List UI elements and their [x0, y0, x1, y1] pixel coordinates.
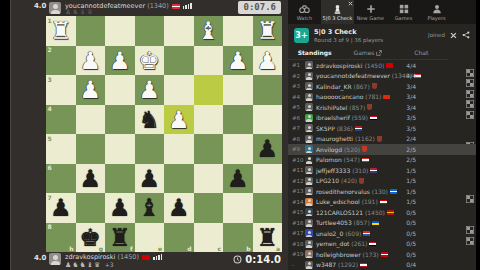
standings-rank: #17: [292, 230, 305, 236]
standings-rank: #2: [292, 73, 305, 79]
standings-score: 0/5: [388, 251, 416, 258]
black-pawn-piece: ♟: [135, 164, 165, 194]
avatar: [305, 261, 313, 269]
nav-tab-label: New Game: [357, 15, 384, 21]
game-area: 4.0 youcannotdefeatmeever (1340) ♟♞♝♛ 0:…: [10, 0, 288, 270]
external-link-icon: [376, 50, 382, 56]
white-bishop-piece: ♝: [194, 16, 224, 46]
avatar: [305, 124, 313, 132]
square-e8[interactable]: e: [135, 223, 165, 253]
square-g1[interactable]: [76, 16, 106, 46]
square-h7[interactable]: 7♟: [46, 193, 76, 223]
standings-row-unalo2_0[interactable]: #17unalo2_0 (609)0/5: [288, 228, 476, 239]
white-pawn-piece: ♟: [135, 75, 165, 105]
standings-score: 0/5: [388, 230, 416, 237]
app-root: 4.0 youcannotdefeatmeever (1340) ♟♞♝♛ 0:…: [0, 0, 480, 270]
rank-label: 5: [48, 135, 52, 142]
close-game-tab-icon[interactable]: [348, 1, 353, 6]
standings-row-rosedithenorvalus[interactable]: #13rosedithenorvalus (130)1/5: [288, 186, 476, 197]
nav-tab-5-0-3-check[interactable]: 5|0 3 Check: [321, 0, 354, 24]
square-b3[interactable]: [223, 75, 253, 105]
avatar: [305, 240, 313, 248]
square-c4[interactable]: [194, 105, 224, 135]
standings-player-name: Palomon (547): [316, 156, 360, 163]
standings-row-121CARLOS121[interactable]: #15121CARLOS121 (1450)0/5: [288, 207, 476, 218]
white-pawn-piece: ♟: [76, 46, 106, 76]
standings-rank: #4: [292, 94, 305, 100]
square-c5[interactable]: [194, 134, 224, 164]
avatar: [305, 198, 313, 206]
standings-rank: #15: [292, 209, 305, 215]
bottom-player-bar: 4.0 zdravkospiroski (1450) ♟♞♞♝♛ +3 0:14…: [11, 250, 288, 270]
avatar: [305, 187, 313, 195]
avatar: [305, 61, 313, 69]
square-e2[interactable]: ♚: [135, 46, 165, 76]
square-a4[interactable]: [253, 105, 283, 135]
nav-tab-label: Players: [427, 15, 445, 21]
rank-label: 4: [48, 105, 52, 112]
avatar: [305, 177, 313, 185]
standings-player-name: ibraelsherif (559): [316, 114, 368, 121]
share-icon[interactable]: [462, 31, 470, 39]
standings-player-name: jeffjeff3333 (310): [316, 167, 368, 174]
white-rook-piece: ♜: [253, 16, 283, 46]
square-d3[interactable]: [164, 75, 194, 105]
standings-row-haoooocancano[interactable]: #4haoooocancano (781)3/4: [288, 92, 476, 103]
standings-score: 1/5: [388, 198, 416, 205]
material-advantage: +3: [105, 261, 114, 268]
standings-score: 1/5: [388, 167, 416, 174]
square-a8[interactable]: a♜: [253, 223, 283, 253]
standings-player-name: LPG210 (420): [316, 177, 357, 184]
standings-rank: #14: [292, 199, 305, 205]
standings-score: 3/4: [388, 83, 416, 90]
standings-rank: #11: [292, 167, 305, 173]
top-player-rating: (1340): [147, 2, 169, 10]
tournament-header: 3+ 5|0 3 Check Round 3 of 9 | 36 players…: [288, 24, 476, 46]
grid-icon: [399, 4, 409, 14]
standings-row-zdravkospiroski[interactable]: #1zdravkospiroski (1450)4/4: [288, 60, 476, 71]
square-c7[interactable]: [194, 193, 224, 223]
pawn-icon: [333, 4, 342, 14]
bottom-player-avatar[interactable]: [49, 253, 61, 265]
country-flag-icon: [355, 126, 362, 131]
standings-score: 3/5: [388, 125, 416, 132]
white-rook-piece: ♜: [46, 16, 76, 46]
nav-tab-new-game[interactable]: New Game: [354, 0, 387, 24]
standings-score: 4/4: [388, 72, 416, 79]
standings-rank: #5: [292, 104, 305, 110]
bottom-player-name[interactable]: zdravkospiroski (1450): [65, 253, 162, 261]
square-d7[interactable]: ♟: [164, 193, 194, 223]
avatar: [305, 135, 313, 143]
bottom-player-captured-pieces: ♟♞♞♝♛ +3: [65, 261, 113, 269]
square-b7[interactable]: [223, 193, 253, 223]
country-flag-icon: [370, 168, 377, 173]
country-flag-icon: [362, 158, 369, 163]
black-pawn-piece: ♟: [253, 134, 283, 164]
square-b1[interactable]: [223, 16, 253, 46]
club-shield-icon: [372, 83, 377, 89]
standings-score: 0/4: [388, 261, 416, 268]
connection-bars-icon: [183, 3, 192, 9]
standings-rank: #1: [292, 62, 305, 68]
leave-tournament-close-icon[interactable]: [450, 32, 457, 39]
nav-tab-bar: Watch5|0 3 CheckNew GameGamesPlayers: [288, 0, 476, 24]
nav-tab-label: 5|0 3 Check: [323, 15, 353, 21]
standings-player-name: holleighbrower (173): [316, 251, 379, 258]
bottom-player-match-score: 4.0: [34, 254, 46, 262]
white-pawn-piece: ♟: [76, 75, 106, 105]
tab-chat[interactable]: Chat: [395, 46, 448, 59]
club-shield-icon: [359, 178, 364, 184]
square-b2[interactable]: ♟: [223, 46, 253, 76]
black-rook-piece: ♜: [253, 223, 283, 253]
square-h3[interactable]: 3: [46, 75, 76, 105]
rank-label: 2: [48, 46, 52, 53]
nav-tab-label: Games: [395, 15, 413, 21]
standings-rank: #7: [292, 125, 305, 131]
square-d8[interactable]: d: [164, 223, 194, 253]
avatar: [305, 145, 313, 153]
square-g2[interactable]: ♟: [76, 46, 106, 76]
three-check-badge-icon: 3+: [294, 28, 309, 43]
standings-score: 1/5: [388, 188, 416, 195]
nav-tab-label: Watch: [297, 15, 313, 21]
square-g7[interactable]: [76, 193, 106, 223]
standings-score: 3/5: [388, 114, 416, 121]
country-flag-icon: [360, 263, 367, 268]
avatar: [305, 250, 313, 258]
club-shield-icon: [367, 104, 372, 110]
square-a3[interactable]: [253, 75, 283, 105]
standings-row-SK5PP[interactable]: #7SK5PP (836)3/5: [288, 123, 476, 134]
rank-label: 3: [48, 76, 52, 83]
square-a5[interactable]: ♟: [253, 134, 283, 164]
rank-label: 6: [48, 164, 52, 171]
standings-rank: #16: [292, 220, 305, 226]
standings-row-Kalindar_KR[interactable]: #3Kalindar_KR (867)3/4: [288, 81, 476, 92]
square-h2[interactable]: 2: [46, 46, 76, 76]
country-flag-icon: [381, 252, 388, 257]
tab-games[interactable]: Games: [341, 46, 394, 59]
standings-row-Palomon[interactable]: #10Palomon (547)2/5: [288, 155, 476, 166]
avatar: [305, 103, 313, 111]
avatar: [305, 166, 313, 174]
square-d5[interactable]: [164, 134, 194, 164]
standings-score: 0/5: [388, 240, 416, 247]
top-player-flag-icon: [172, 4, 180, 9]
standings-player-name: unalo2_0 (609): [316, 230, 361, 237]
square-g6[interactable]: ♟: [76, 164, 106, 194]
standings-player-name: rosedithenorvalus (130): [316, 188, 388, 195]
chess-board: 1♜♝♜2♟♟♚♟♟3♟♟4♞♟5♟6♟♟♟7♟♟♝♟8hg♚f♜edcba♜: [46, 16, 282, 252]
square-d1[interactable]: [164, 16, 194, 46]
standings-player-name: Luke_edschool (191): [316, 198, 378, 205]
standings-rank: #18: [292, 241, 305, 247]
standings-rank: #8: [292, 136, 305, 142]
black-pawn-piece: ♟: [46, 193, 76, 223]
avatar: [305, 208, 313, 216]
square-h6[interactable]: 6: [46, 164, 76, 194]
standings-row-LPG210[interactable]: #12LPG210 (420)1/5: [288, 176, 476, 187]
rank-label: 8: [48, 223, 52, 230]
standings-player-name: w3487 (1292): [316, 261, 358, 268]
black-rook-piece: ♜: [105, 223, 135, 253]
square-f7[interactable]: ♟: [105, 193, 135, 223]
club-shield-icon: [362, 146, 367, 152]
standings-row-w3487[interactable]: -w3487 (1292)0/4: [288, 260, 476, 270]
standings-rank: #9: [292, 146, 305, 152]
white-pawn-piece: ♟: [105, 46, 135, 76]
nav-tab-watch[interactable]: Watch: [288, 0, 321, 24]
square-c1[interactable]: ♝: [194, 16, 224, 46]
standings-player-name: zdravkospiroski (1450): [316, 62, 384, 69]
standings-score: 0/5: [388, 209, 416, 216]
standings-rank: #10: [292, 157, 305, 163]
country-flag-icon: [363, 231, 370, 236]
square-d2[interactable]: [164, 46, 194, 76]
standings-row-yemen_dot[interactable]: #18yemen_dot (261)0/5: [288, 239, 476, 250]
country-flag-icon: [370, 116, 377, 121]
square-a7[interactable]: [253, 193, 283, 223]
black-pawn-piece: ♟: [105, 193, 135, 223]
square-f5[interactable]: [105, 134, 135, 164]
standings-player-name: Kalindar_KR (867): [316, 83, 370, 90]
avatar: [305, 72, 313, 80]
standings-player-name: Turtlee4053 (857): [316, 219, 370, 226]
top-player-bar: 4.0 youcannotdefeatmeever (1340) ♟♞♝♛ 0:…: [11, 0, 288, 16]
top-player-match-score: 4.0: [34, 2, 46, 10]
standings-player-name: KrishiPatel (857): [316, 104, 365, 111]
binoculars-icon: [299, 4, 310, 14]
square-b5[interactable]: [223, 134, 253, 164]
square-e3[interactable]: ♟: [135, 75, 165, 105]
person-icon: [432, 4, 442, 14]
top-player-clock: 0:07.6: [238, 1, 281, 14]
square-g8[interactable]: g♚: [76, 223, 106, 253]
square-h4[interactable]: 4: [46, 105, 76, 135]
standings-row-jeffjeff3333[interactable]: #11jeffjeff3333 (310)1/5: [288, 165, 476, 176]
bottom-player-flag-icon: [142, 255, 150, 260]
standings-row-ibraelsherif[interactable]: #6ibraelsherif (559)3/5: [288, 113, 476, 124]
avatar: [305, 93, 313, 101]
standings-row-KrishiPatel[interactable]: #5KrishiPatel (857)3/4: [288, 102, 476, 113]
square-g3[interactable]: ♟: [76, 75, 106, 105]
standings-row-youcannotdefeatmeever[interactable]: #2youcannotdefeatmeever (1340)4/4: [288, 71, 476, 82]
standings-player-name: yemen_dot (261): [316, 240, 367, 247]
square-b4[interactable]: [223, 105, 253, 135]
black-knight-piece: ♞: [135, 105, 165, 135]
standings-row-Anvilogd[interactable]: #9Anvilogd (520)2/5: [288, 144, 476, 155]
square-f3[interactable]: [105, 75, 135, 105]
standings-player-name: SK5PP (836): [316, 125, 353, 132]
white-king-piece: ♚: [135, 46, 165, 76]
sidebar: Watch5|0 3 CheckNew GameGamesPlayers 3+ …: [288, 0, 476, 270]
standings-player-name: haoooocancano (781): [316, 93, 381, 100]
standings-score: 2/4: [388, 135, 416, 142]
avatar: [305, 82, 313, 90]
square-b8[interactable]: b: [223, 223, 253, 253]
standings-player-name: Anvilogd (520): [316, 146, 360, 153]
standings-score: 2/5: [388, 146, 416, 153]
square-d4[interactable]: ♟: [164, 105, 194, 135]
standings-score: 1/5: [388, 177, 416, 184]
tab-standings[interactable]: Standings: [288, 46, 341, 59]
clock-icon: [233, 255, 242, 264]
square-e1[interactable]: [135, 16, 165, 46]
square-f6[interactable]: [105, 164, 135, 194]
top-player-captured-pieces: ♟♞♝♛: [65, 8, 94, 16]
standings-rank: #12: [292, 178, 305, 184]
country-flag-icon: [369, 242, 376, 247]
square-g4[interactable]: [76, 105, 106, 135]
standings-score: 3/4: [388, 104, 416, 111]
black-bishop-piece: ♝: [135, 193, 165, 223]
standings-score: 4/4: [388, 62, 416, 69]
plus-icon: [366, 4, 376, 14]
standings-list: #1zdravkospiroski (1450)4/4#2youcannotde…: [288, 60, 476, 270]
square-e7[interactable]: ♝: [135, 193, 165, 223]
square-e6[interactable]: ♟: [135, 164, 165, 194]
standings-rank: #3: [292, 83, 305, 89]
square-h5[interactable]: 5: [46, 134, 76, 164]
square-h8[interactable]: 8h: [46, 223, 76, 253]
connection-bars-icon: [153, 254, 162, 260]
avatar: [305, 229, 313, 237]
standings-row-Luke_edschool[interactable]: #14Luke_edschool (191)1/5: [288, 197, 476, 208]
standings-rank: #13: [292, 188, 305, 194]
nav-tab-games[interactable]: Games: [387, 0, 420, 24]
standings-score: 2/5: [388, 156, 416, 163]
square-a1[interactable]: ♜: [253, 16, 283, 46]
white-pawn-piece: ♟: [253, 46, 283, 76]
square-a6[interactable]: [253, 164, 283, 194]
panel-tabs: Standings Games Chat: [288, 46, 448, 60]
avatar: [305, 219, 313, 227]
black-pawn-piece: ♟: [76, 164, 106, 194]
white-pawn-piece: ♟: [223, 46, 253, 76]
standings-score: 3/4: [388, 93, 416, 100]
country-flag-icon: [380, 200, 387, 205]
square-d6[interactable]: [164, 164, 194, 194]
country-flag-icon: [372, 221, 379, 226]
square-e5[interactable]: [135, 134, 165, 164]
square-f2[interactable]: ♟: [105, 46, 135, 76]
square-f4[interactable]: [105, 105, 135, 135]
nav-tab-players[interactable]: Players: [420, 0, 453, 24]
square-f1[interactable]: [105, 16, 135, 46]
square-c2[interactable]: [194, 46, 224, 76]
standings-row-mauroghetti[interactable]: #8mauroghetti (1162)2/4: [288, 134, 476, 145]
black-pawn-piece: ♟: [164, 193, 194, 223]
standings-player-name: mauroghetti (1162): [316, 135, 375, 142]
white-pawn-piece: ♟: [164, 105, 194, 135]
black-king-piece: ♚: [76, 223, 106, 253]
tournament-title: 5|0 3 Check: [314, 28, 383, 36]
square-b6[interactable]: ♟: [223, 164, 253, 194]
top-player-avatar[interactable]: [49, 2, 61, 14]
square-e4[interactable]: ♞: [135, 105, 165, 135]
square-a2[interactable]: ♟: [253, 46, 283, 76]
standings-row-holleighbrower[interactable]: #19holleighbrower (173)0/5: [288, 249, 476, 260]
bottom-player-clock: 0:14.0: [233, 254, 281, 265]
black-pawn-piece: ♟: [223, 164, 253, 194]
square-h1[interactable]: 1♜: [46, 16, 76, 46]
avatar: [305, 156, 313, 164]
standings-rank: -: [292, 262, 305, 268]
square-c3[interactable]: [194, 75, 224, 105]
joined-label: Joined: [428, 32, 445, 38]
tournament-subtitle: Round 3 of 9 | 36 players: [314, 37, 383, 43]
square-c6[interactable]: [194, 164, 224, 194]
standings-row-Turtlee4053[interactable]: #16Turtlee4053 (857)0/5: [288, 218, 476, 229]
avatar: [305, 114, 313, 122]
standings-rank: #19: [292, 251, 305, 257]
square-g5[interactable]: [76, 134, 106, 164]
standings-rank: #6: [292, 115, 305, 121]
standings-player-name: 121CARLOS121 (1450): [316, 209, 385, 216]
bottom-player-rating: (1450): [117, 253, 139, 261]
standings-score: 0/5: [388, 219, 416, 226]
square-c8[interactable]: c: [194, 223, 224, 253]
square-f8[interactable]: f♜: [105, 223, 135, 253]
club-shield-icon: [377, 136, 382, 142]
